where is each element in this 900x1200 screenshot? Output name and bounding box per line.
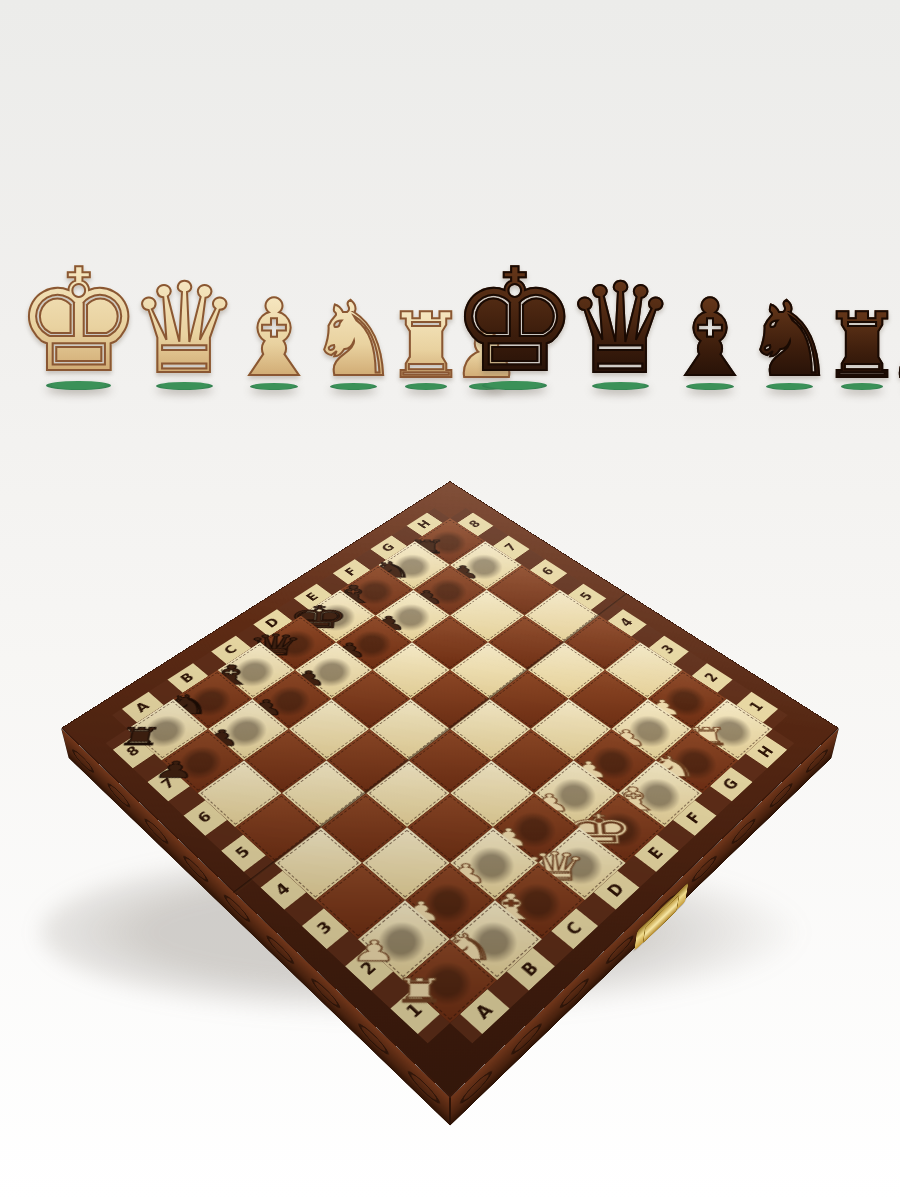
photo-backdrop: ♚♛♝♞♜♟ ♚♛♝♞♜♟ 8765432187654321HGFEDCBAHG… [0,0,900,1200]
dark-pawn-h7[interactable]: ♟ [437,564,488,581]
white-queen-glyph: ♛ [128,273,240,386]
coordinate-text: 6 [539,566,557,578]
coordinate-text: H [415,518,434,530]
dark-pawn-b7[interactable]: ♟ [191,727,252,749]
white-pawn-h2[interactable]: ♟ [634,697,693,718]
dark-piece-row: ♚♛♝♞♜♟ [458,198,886,390]
coordinate-text: 5 [578,590,597,603]
coordinate-text: 4 [273,881,295,900]
coordinate-text: B [519,958,543,979]
dark-queen-glyph: ♛ [564,273,676,386]
square-d5[interactable] [369,699,450,760]
coordinate-text: A [472,1000,497,1023]
dark-knight-g8[interactable]: ♞ [365,559,417,581]
dark-queen-d8[interactable]: ♛ [244,631,302,660]
coordinate-text: 6 [195,809,216,826]
dark-pawn-d7[interactable]: ♟ [279,668,336,688]
dark-pawn-g7[interactable]: ♟ [400,588,452,606]
white-piece-row: ♚♛♝♞♜♟ [22,198,454,390]
dark-bishop-c8[interactable]: ♝ [201,662,260,689]
coordinate-text: D [604,880,628,900]
coordinate-text: 7 [502,542,520,554]
dark-pawn-c7[interactable]: ♟ [236,697,295,718]
coordinate-text: H [755,743,778,760]
dark-rook-h8[interactable]: ♜ [402,538,452,556]
white-pawn-g2[interactable]: ♟ [597,727,657,749]
coordinate-text: 1 [747,700,768,715]
coordinate-text: 3 [659,643,679,657]
coordinate-text: F [343,566,361,578]
dark-king-glyph: ♚ [451,257,578,385]
coordinate-text: B [178,670,198,685]
coordinate-text: 3 [314,919,336,939]
coordinate-text: 8 [467,519,484,530]
white-king-glyph: ♚ [15,257,142,385]
coordinate-text: 7 [159,776,179,792]
coordinate-text: G [720,775,743,793]
board-3d: 8765432187654321HGFEDCBAHGFEDCBA♜♟♟♜♞♟♟♞… [61,481,839,1097]
dark-pawn-f7[interactable]: ♟ [361,614,415,633]
dark-pawn-glyph: ♟ [888,317,900,385]
coordinate-text: G [379,541,398,554]
dark-knight-b8[interactable]: ♞ [156,692,217,719]
coordinate-text: 2 [358,959,381,980]
coordinate-text: C [563,919,587,939]
coordinate-text: 8 [124,744,144,760]
piece-contact-shadow [588,804,651,856]
coordinate-text: F [684,809,706,826]
coordinate-text: A [133,699,153,714]
coordinate-text: 2 [702,671,722,685]
piece-contact-shadow [459,839,524,893]
display-white-queen: ♛ [128,273,240,390]
coordinate-text: 1 [403,1001,427,1023]
coordinate-text: E [645,844,667,862]
display-dark-queen: ♛ [564,273,676,390]
square-e4[interactable] [450,699,531,760]
display-white-king: ♚ [15,257,142,390]
dark-pawn-e7[interactable]: ♟ [321,641,376,660]
display-dark-king: ♚ [451,257,578,390]
coordinate-text: C [222,643,241,657]
display-dark-pawn: ♟ [888,317,900,390]
coordinate-text: 5 [233,844,254,862]
board-scene: 8765432187654321HGFEDCBAHGFEDCBA♜♟♟♜♞♟♟♞… [0,388,900,1068]
coordinate-text: 4 [618,616,637,629]
board-face: 8765432187654321HGFEDCBAHGFEDCBA♜♟♟♜♞♟♟♞… [61,481,839,1097]
